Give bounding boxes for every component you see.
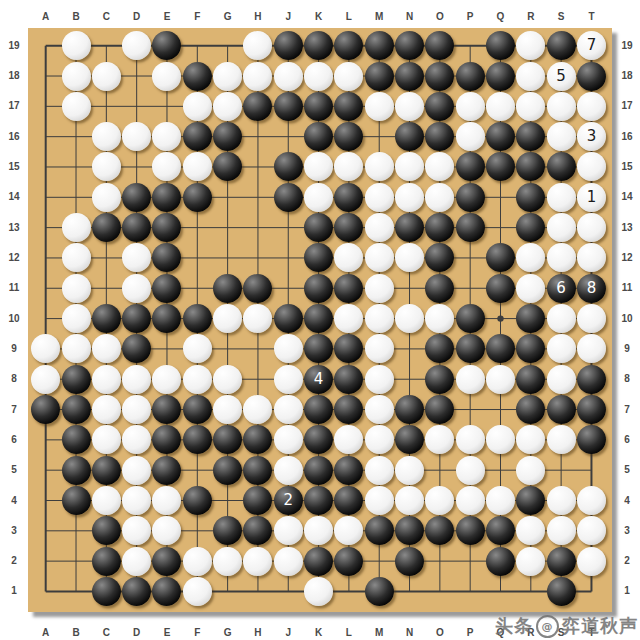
col-label-bottom-P: P: [460, 626, 480, 640]
star-point-K10: [315, 315, 321, 321]
row-label-right-7: 7: [617, 403, 637, 417]
col-label-bottom-E: E: [157, 626, 177, 640]
row-label-left-18: 18: [4, 69, 24, 83]
col-label-bottom-M: M: [369, 626, 389, 640]
col-label-top-T: T: [581, 10, 601, 24]
col-label-top-N: N: [400, 10, 420, 24]
row-label-left-19: 19: [4, 39, 24, 53]
row-label-left-5: 5: [4, 463, 24, 477]
col-label-top-G: G: [218, 10, 238, 24]
row-label-right-1: 1: [617, 584, 637, 598]
star-point-D16: [133, 133, 139, 139]
col-label-bottom-F: F: [187, 626, 207, 640]
go-diagram-page: AABBCCDDEEFFGGHHJJKKLLMMNNOOPPQQRRSSTT19…: [0, 0, 640, 640]
col-label-top-O: O: [430, 10, 450, 24]
col-label-bottom-H: H: [248, 626, 268, 640]
row-label-left-12: 12: [4, 251, 24, 265]
star-point-Q16: [497, 133, 503, 139]
row-label-left-8: 8: [4, 372, 24, 386]
row-label-left-6: 6: [4, 433, 24, 447]
row-label-left-4: 4: [4, 494, 24, 508]
watermark-handle: 弈道秋声: [562, 614, 638, 638]
col-label-bottom-C: C: [96, 626, 116, 640]
col-label-top-F: F: [187, 10, 207, 24]
col-label-top-K: K: [309, 10, 329, 24]
go-board: [28, 28, 612, 612]
row-label-left-7: 7: [4, 403, 24, 417]
col-label-top-D: D: [127, 10, 147, 24]
row-label-left-1: 1: [4, 584, 24, 598]
row-label-right-14: 14: [617, 190, 637, 204]
col-label-top-B: B: [66, 10, 86, 24]
row-label-right-4: 4: [617, 494, 637, 508]
row-label-left-17: 17: [4, 99, 24, 113]
row-label-left-16: 16: [4, 130, 24, 144]
row-label-left-13: 13: [4, 221, 24, 235]
col-label-bottom-A: A: [36, 626, 56, 640]
col-label-bottom-J: J: [278, 626, 298, 640]
col-label-top-L: L: [339, 10, 359, 24]
col-label-bottom-G: G: [218, 626, 238, 640]
col-label-bottom-D: D: [127, 626, 147, 640]
row-label-right-5: 5: [617, 463, 637, 477]
row-label-left-9: 9: [4, 342, 24, 356]
row-label-right-18: 18: [617, 69, 637, 83]
star-point-Q10: [497, 315, 503, 321]
col-label-bottom-B: B: [66, 626, 86, 640]
row-label-right-6: 6: [617, 433, 637, 447]
star-point-K16: [315, 133, 321, 139]
row-label-right-2: 2: [617, 554, 637, 568]
row-label-right-17: 17: [617, 99, 637, 113]
star-point-K4: [315, 497, 321, 503]
row-label-left-10: 10: [4, 312, 24, 326]
col-label-bottom-O: O: [430, 626, 450, 640]
col-label-top-M: M: [369, 10, 389, 24]
col-label-top-P: P: [460, 10, 480, 24]
row-label-right-9: 9: [617, 342, 637, 356]
row-label-right-15: 15: [617, 160, 637, 174]
toutiao-logo-icon: @: [536, 615, 559, 638]
col-label-top-H: H: [248, 10, 268, 24]
col-label-top-Q: Q: [491, 10, 511, 24]
col-label-top-J: J: [278, 10, 298, 24]
col-label-bottom-N: N: [400, 626, 420, 640]
row-label-left-15: 15: [4, 160, 24, 174]
row-label-right-10: 10: [617, 312, 637, 326]
row-label-right-19: 19: [617, 39, 637, 53]
star-point-Q4: [497, 497, 503, 503]
col-label-top-R: R: [521, 10, 541, 24]
row-label-right-3: 3: [617, 524, 637, 538]
col-label-top-C: C: [96, 10, 116, 24]
row-label-left-14: 14: [4, 190, 24, 204]
row-label-right-13: 13: [617, 221, 637, 235]
col-label-top-S: S: [551, 10, 571, 24]
grid-lines: [28, 28, 612, 612]
col-label-bottom-K: K: [309, 626, 329, 640]
row-label-right-16: 16: [617, 130, 637, 144]
row-label-left-3: 3: [4, 524, 24, 538]
star-point-D4: [133, 497, 139, 503]
watermark-prefix: 头条: [495, 614, 533, 638]
row-label-right-12: 12: [617, 251, 637, 265]
col-label-top-E: E: [157, 10, 177, 24]
watermark: 头条 @ 弈道秋声: [495, 614, 638, 638]
star-point-D10: [133, 315, 139, 321]
col-label-bottom-L: L: [339, 626, 359, 640]
col-label-top-A: A: [36, 10, 56, 24]
row-label-right-8: 8: [617, 372, 637, 386]
row-label-left-2: 2: [4, 554, 24, 568]
row-label-left-11: 11: [4, 281, 24, 295]
row-label-right-11: 11: [617, 281, 637, 295]
